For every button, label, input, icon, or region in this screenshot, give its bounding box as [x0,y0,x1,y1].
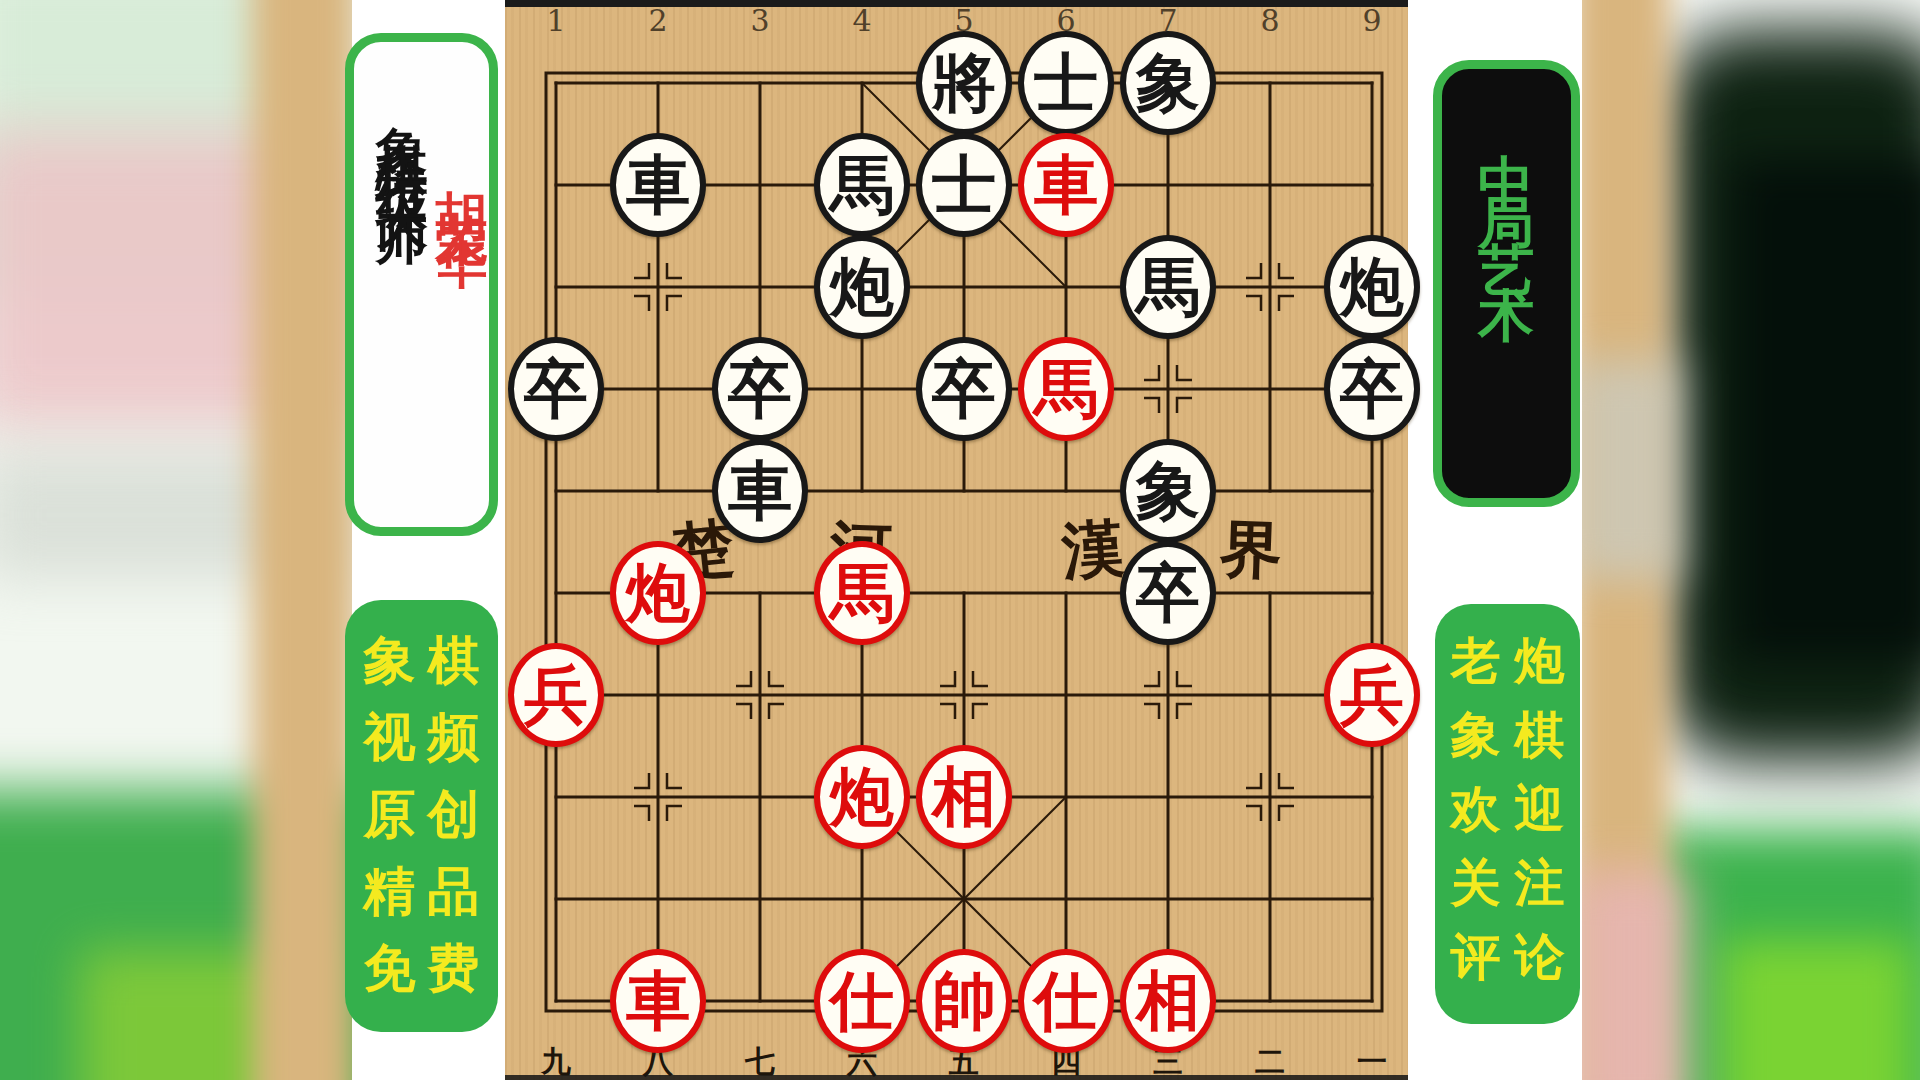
bg-blob [1582,870,1692,1080]
file-label-top-1: 1 [536,3,576,38]
piece-red-仕-f6r10[interactable]: 仕 [1018,949,1114,1053]
video-promo-row-4: 免费 [364,942,480,994]
video-promo-char: 频 [428,711,480,763]
video-promo-char: 品 [428,865,480,917]
piece-red-炮-f4r8[interactable]: 炮 [814,745,910,849]
xiangqi-board: 123456789九八七六五四三二一楚河漢界將士象車馬士車炮馬炮卒卒卒馬卒車象炮… [505,0,1408,1080]
panel-follow-promo: 老炮象棋欢迎关注评论 [1435,604,1580,1024]
piece-black-卒-f7r6[interactable]: 卒 [1120,541,1216,645]
piece-glyph: 炮 [830,255,894,319]
piece-glyph: 兵 [1340,663,1404,727]
follow-promo-row-4: 评论 [1451,932,1565,982]
follow-promo-char: 迎 [1515,784,1565,834]
piece-red-帥-f5r10[interactable]: 帥 [916,949,1012,1053]
follow-promo-char: 炮 [1515,636,1565,686]
follow-promo-char: 注 [1515,858,1565,908]
file-label-top-3: 3 [740,3,780,38]
panel-midgame-art-title: 中局艺术 [1479,109,1535,285]
piece-black-馬-f7r3[interactable]: 馬 [1120,235,1216,339]
piece-black-炮-f9r3[interactable]: 炮 [1324,235,1420,339]
piece-glyph: 帥 [932,969,996,1033]
panel-grandmaster-name: 胡荣华 [436,148,488,220]
video-promo-char: 原 [364,788,416,840]
video-promo-char: 精 [364,865,416,917]
piece-red-車-f6r2[interactable]: 車 [1018,133,1114,237]
bg-blob [252,0,352,1080]
piece-glyph: 仕 [1034,969,1098,1033]
piece-glyph: 炮 [626,561,690,625]
panel-video-promo: 象棋视频原创精品免费 [345,600,498,1032]
piece-glyph: 將 [932,51,996,115]
piece-black-炮-f4r3[interactable]: 炮 [814,235,910,339]
file-label-bottom-3: 七 [736,1042,784,1080]
panel-grandmaster-title: 象棋特级大师 [376,84,428,192]
piece-glyph: 兵 [524,663,588,727]
piece-black-馬-f4r2[interactable]: 馬 [814,133,910,237]
piece-glyph: 車 [626,153,690,217]
video-promo-row-0: 象棋 [364,634,480,686]
piece-black-卒-f9r4[interactable]: 卒 [1324,337,1420,441]
piece-glyph: 車 [626,969,690,1033]
piece-glyph: 象 [1136,459,1200,523]
blurred-background-left [0,0,352,1080]
bg-blob [1732,160,1920,660]
piece-glyph: 馬 [830,561,894,625]
panel-grandmaster: 象棋特级大师 胡荣华 [345,33,498,536]
piece-black-象-f7r1[interactable]: 象 [1120,31,1216,135]
follow-promo-char: 老 [1451,636,1501,686]
panel-midgame-art: 中局艺术 [1433,60,1580,507]
piece-glyph: 馬 [1136,255,1200,319]
piece-glyph: 馬 [830,153,894,217]
piece-black-卒-f1r4[interactable]: 卒 [508,337,604,441]
follow-promo-char: 论 [1515,932,1565,982]
piece-glyph: 卒 [932,357,996,421]
video-promo-row-2: 原创 [364,788,480,840]
piece-glyph: 車 [728,459,792,523]
video-promo-char: 视 [364,711,416,763]
follow-promo-row-1: 象棋 [1451,710,1565,760]
piece-glyph: 卒 [1136,561,1200,625]
bg-blob [1722,940,1912,1080]
piece-red-馬-f4r6[interactable]: 馬 [814,541,910,645]
video-frame: 123456789九八七六五四三二一楚河漢界將士象車馬士車炮馬炮卒卒卒馬卒車象炮… [0,0,1920,1080]
piece-red-仕-f4r10[interactable]: 仕 [814,949,910,1053]
file-label-top-2: 2 [638,3,678,38]
piece-glyph: 馬 [1034,357,1098,421]
file-label-bottom-9: 一 [1348,1042,1396,1080]
video-promo-row-1: 视频 [364,711,480,763]
piece-red-炮-f2r6[interactable]: 炮 [610,541,706,645]
follow-promo-char: 棋 [1515,710,1565,760]
file-label-bottom-8: 二 [1246,1042,1294,1080]
file-label-top-8: 8 [1250,3,1290,38]
river-text: 界 [1219,507,1284,593]
piece-black-士-f6r1[interactable]: 士 [1018,31,1114,135]
piece-black-士-f5r2[interactable]: 士 [916,133,1012,237]
video-promo-row-3: 精品 [364,865,480,917]
follow-promo-char: 欢 [1451,784,1501,834]
piece-red-相-f7r10[interactable]: 相 [1120,949,1216,1053]
video-promo-char: 创 [428,788,480,840]
follow-promo-char: 关 [1451,858,1501,908]
piece-glyph: 車 [1034,153,1098,217]
file-label-top-4: 4 [842,3,882,38]
piece-red-相-f5r8[interactable]: 相 [916,745,1012,849]
video-promo-char: 棋 [428,634,480,686]
video-promo-char: 费 [428,942,480,994]
follow-promo-row-3: 关注 [1451,858,1565,908]
piece-black-象-f7r5[interactable]: 象 [1120,439,1216,543]
bg-blob [1582,360,1682,580]
piece-glyph: 炮 [830,765,894,829]
panel-video-promo-rows: 象棋视频原创精品免费 [345,600,498,1032]
follow-promo-char: 评 [1451,932,1501,982]
piece-glyph: 相 [932,765,996,829]
piece-black-卒-f5r4[interactable]: 卒 [916,337,1012,441]
piece-glyph: 士 [1034,51,1098,115]
piece-glyph: 卒 [524,357,588,421]
piece-red-車-f2r10[interactable]: 車 [610,949,706,1053]
piece-glyph: 卒 [1340,357,1404,421]
follow-promo-char: 象 [1451,710,1501,760]
follow-promo-row-2: 欢迎 [1451,784,1565,834]
piece-black-卒-f3r4[interactable]: 卒 [712,337,808,441]
follow-promo-row-0: 老炮 [1451,636,1565,686]
piece-red-兵-f9r7[interactable]: 兵 [1324,643,1420,747]
piece-glyph: 象 [1136,51,1200,115]
piece-glyph: 炮 [1340,255,1404,319]
piece-black-車-f3r5[interactable]: 車 [712,439,808,543]
piece-red-馬-f6r4[interactable]: 馬 [1018,337,1114,441]
file-label-bottom-1: 九 [532,1042,580,1080]
video-promo-char: 象 [364,634,416,686]
river-text: 漢 [1059,506,1127,594]
piece-glyph: 士 [932,153,996,217]
panel-follow-promo-rows: 老炮象棋欢迎关注评论 [1435,604,1580,1024]
file-label-top-9: 9 [1352,3,1392,38]
piece-glyph: 卒 [728,357,792,421]
piece-black-將-f5r1[interactable]: 將 [916,31,1012,135]
piece-glyph: 仕 [830,969,894,1033]
piece-red-兵-f1r7[interactable]: 兵 [508,643,604,747]
piece-black-車-f2r2[interactable]: 車 [610,133,706,237]
piece-glyph: 相 [1136,969,1200,1033]
blurred-background-right [1582,0,1920,1080]
video-promo-char: 免 [364,942,416,994]
